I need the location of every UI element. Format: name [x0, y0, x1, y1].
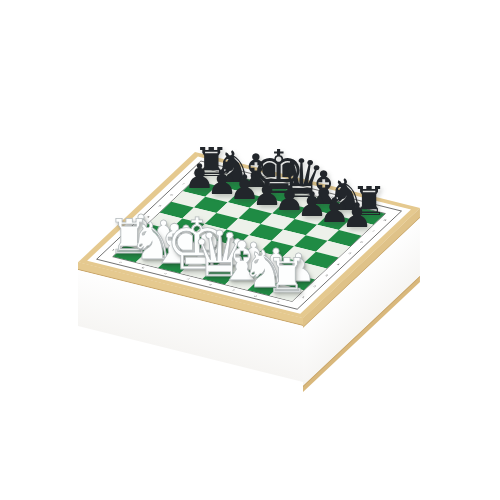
- chess-set-product-photo: abcdefgh abcdefgh 87654321 87654321 ♜♞♝♚…: [0, 0, 500, 500]
- white-rook-piece[interactable]: ♜: [266, 253, 308, 300]
- pieces-layer: ♜♞♝♚♛♝♞♜♟♟♟♟♟♟♟♟♟♟♟♟♟♟♟♟♜♞♝♚♛♝♞♜: [0, 0, 500, 500]
- black-pawn-piece[interactable]: ♟: [342, 198, 373, 232]
- chess-box-scene: abcdefgh abcdefgh 87654321 87654321 ♜♞♝♚…: [0, 0, 500, 500]
